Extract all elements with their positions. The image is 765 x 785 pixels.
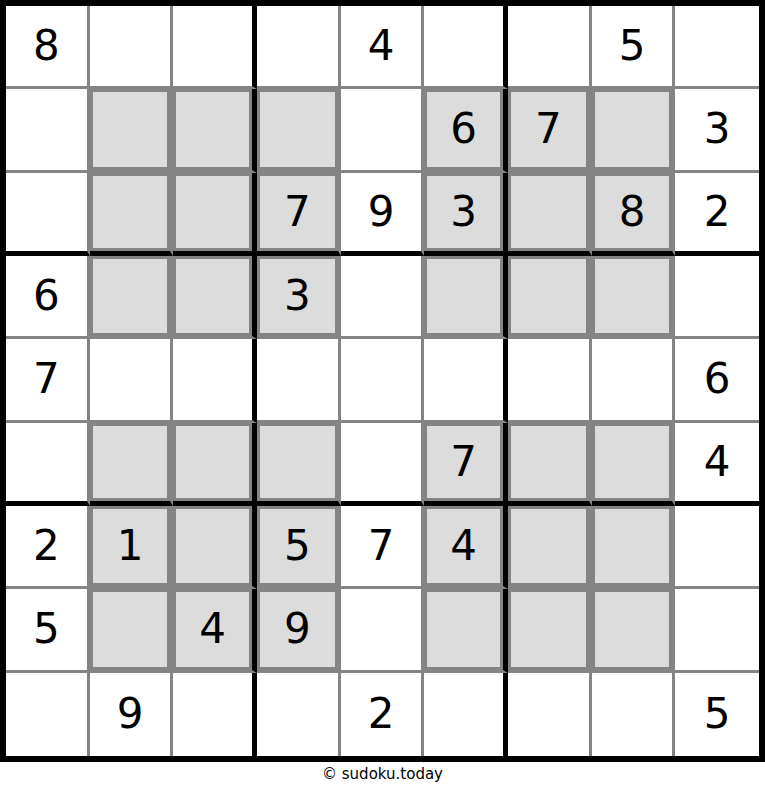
- cell-r9c3[interactable]: [173, 673, 257, 756]
- cell-r9c4[interactable]: [257, 673, 341, 756]
- sudoku-page: 8456737938263767421574549925 © sudoku.to…: [0, 0, 765, 785]
- cell-r2c7[interactable]: 7: [508, 89, 592, 172]
- cell-r8c4[interactable]: 9: [257, 589, 341, 672]
- cell-r3c2[interactable]: [90, 173, 174, 256]
- cell-r9c9[interactable]: 5: [675, 673, 759, 756]
- cell-r1c5[interactable]: 4: [341, 6, 425, 89]
- cell-r6c8[interactable]: [592, 423, 676, 506]
- cell-r9c8[interactable]: [592, 673, 676, 756]
- cell-r6c9[interactable]: 4: [675, 423, 759, 506]
- cell-r4c1[interactable]: 6: [6, 256, 90, 339]
- cell-r4c7[interactable]: [508, 256, 592, 339]
- cell-r8c7[interactable]: [508, 589, 592, 672]
- cell-r5c9[interactable]: 6: [675, 339, 759, 422]
- cell-r6c4[interactable]: [257, 423, 341, 506]
- cell-r4c4[interactable]: 3: [257, 256, 341, 339]
- cell-r4c6[interactable]: [424, 256, 508, 339]
- cell-r4c5[interactable]: [341, 256, 425, 339]
- cell-r7c4[interactable]: 5: [257, 506, 341, 589]
- cell-r9c1[interactable]: [6, 673, 90, 756]
- cell-r9c2[interactable]: 9: [90, 673, 174, 756]
- cell-r6c6[interactable]: 7: [424, 423, 508, 506]
- cell-r6c5[interactable]: [341, 423, 425, 506]
- cell-r5c7[interactable]: [508, 339, 592, 422]
- cell-r8c8[interactable]: [592, 589, 676, 672]
- cell-r8c3[interactable]: 4: [173, 589, 257, 672]
- cell-r6c7[interactable]: [508, 423, 592, 506]
- cell-r7c3[interactable]: [173, 506, 257, 589]
- cell-r3c9[interactable]: 2: [675, 173, 759, 256]
- cell-r8c1[interactable]: 5: [6, 589, 90, 672]
- cell-r7c9[interactable]: [675, 506, 759, 589]
- cell-r8c5[interactable]: [341, 589, 425, 672]
- cell-r4c3[interactable]: [173, 256, 257, 339]
- copyright-text: © sudoku.today: [322, 765, 443, 783]
- cell-r5c5[interactable]: [341, 339, 425, 422]
- cell-r5c3[interactable]: [173, 339, 257, 422]
- cell-r6c3[interactable]: [173, 423, 257, 506]
- cell-r2c9[interactable]: 3: [675, 89, 759, 172]
- copyright-footer: © sudoku.today: [0, 762, 765, 785]
- cell-r1c7[interactable]: [508, 6, 592, 89]
- cell-r3c4[interactable]: 7: [257, 173, 341, 256]
- cell-r8c2[interactable]: [90, 589, 174, 672]
- cell-r6c2[interactable]: [90, 423, 174, 506]
- cell-r3c7[interactable]: [508, 173, 592, 256]
- cell-r8c6[interactable]: [424, 589, 508, 672]
- cell-r7c7[interactable]: [508, 506, 592, 589]
- cell-r7c2[interactable]: 1: [90, 506, 174, 589]
- cell-r6c1[interactable]: [6, 423, 90, 506]
- cell-r3c6[interactable]: 3: [424, 173, 508, 256]
- cell-r7c8[interactable]: [592, 506, 676, 589]
- cell-r5c4[interactable]: [257, 339, 341, 422]
- cell-r2c8[interactable]: [592, 89, 676, 172]
- cell-r2c5[interactable]: [341, 89, 425, 172]
- cell-r9c6[interactable]: [424, 673, 508, 756]
- cell-r7c1[interactable]: 2: [6, 506, 90, 589]
- cell-r1c9[interactable]: [675, 6, 759, 89]
- cell-r2c2[interactable]: [90, 89, 174, 172]
- cell-r4c9[interactable]: [675, 256, 759, 339]
- cell-r5c1[interactable]: 7: [6, 339, 90, 422]
- cell-r2c4[interactable]: [257, 89, 341, 172]
- cell-r8c9[interactable]: [675, 589, 759, 672]
- sudoku-board: 8456737938263767421574549925: [0, 0, 765, 762]
- cell-r2c1[interactable]: [6, 89, 90, 172]
- cell-r1c3[interactable]: [173, 6, 257, 89]
- cell-r3c8[interactable]: 8: [592, 173, 676, 256]
- cell-r3c3[interactable]: [173, 173, 257, 256]
- cell-r1c6[interactable]: [424, 6, 508, 89]
- cell-r3c1[interactable]: [6, 173, 90, 256]
- cell-r3c5[interactable]: 9: [341, 173, 425, 256]
- cell-r2c6[interactable]: 6: [424, 89, 508, 172]
- cell-r1c4[interactable]: [257, 6, 341, 89]
- cell-r1c8[interactable]: 5: [592, 6, 676, 89]
- cell-r2c3[interactable]: [173, 89, 257, 172]
- cell-r4c8[interactable]: [592, 256, 676, 339]
- cell-r5c2[interactable]: [90, 339, 174, 422]
- cell-r7c6[interactable]: 4: [424, 506, 508, 589]
- cell-r4c2[interactable]: [90, 256, 174, 339]
- cell-r9c7[interactable]: [508, 673, 592, 756]
- cell-r5c6[interactable]: [424, 339, 508, 422]
- cell-r7c5[interactable]: 7: [341, 506, 425, 589]
- cell-r1c1[interactable]: 8: [6, 6, 90, 89]
- cell-r1c2[interactable]: [90, 6, 174, 89]
- cell-r9c5[interactable]: 2: [341, 673, 425, 756]
- cell-r5c8[interactable]: [592, 339, 676, 422]
